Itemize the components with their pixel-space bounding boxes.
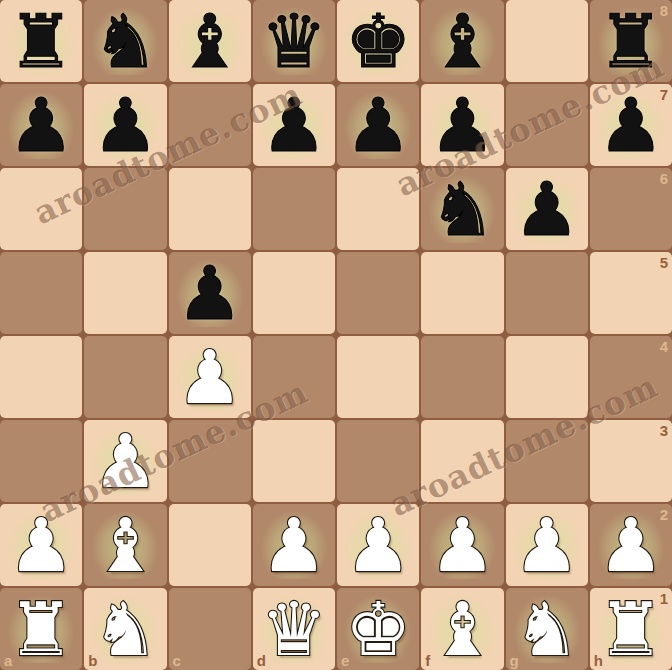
square-g1: ♞g: [506, 588, 588, 670]
square-h8: ♜8: [590, 0, 672, 82]
square-e2: ♟: [337, 504, 419, 586]
square-e1: ♚e: [337, 588, 419, 670]
square-c5: ♟: [169, 252, 251, 334]
square-h3: 3: [590, 420, 672, 502]
chess-board: ♜♞♝♛♚♝♜8♟♟♟♟♟♟7♞♟6♟5♟4♟3♟♝♟♟♟♟♟2♜a♞bc♛d♚…: [0, 0, 672, 670]
square-g4: [506, 336, 588, 418]
square-d6: [253, 168, 335, 250]
black-pawn-b7: ♟: [84, 84, 166, 166]
square-h1: ♜h1: [590, 588, 672, 670]
square-a8: ♜: [0, 0, 82, 82]
square-f3: [421, 420, 503, 502]
square-e7: ♟: [337, 84, 419, 166]
square-f5: [421, 252, 503, 334]
square-g3: [506, 420, 588, 502]
rank-label-2: 2: [660, 507, 668, 522]
square-c7: [169, 84, 251, 166]
square-a4: [0, 336, 82, 418]
square-g2: ♟: [506, 504, 588, 586]
square-c4: ♟: [169, 336, 251, 418]
file-label-b: b: [88, 653, 97, 668]
black-pawn-d7: ♟: [253, 84, 335, 166]
square-h2: ♟2: [590, 504, 672, 586]
square-a5: [0, 252, 82, 334]
file-label-a: a: [4, 653, 12, 668]
square-h5: 5: [590, 252, 672, 334]
white-pawn-b3: ♟: [84, 420, 166, 502]
black-rook-a8: ♜: [0, 0, 82, 82]
square-e8: ♚: [337, 0, 419, 82]
square-d4: [253, 336, 335, 418]
square-b1: ♞b: [84, 588, 166, 670]
white-pawn-c4: ♟: [169, 336, 251, 418]
white-pawn-g2: ♟: [506, 504, 588, 586]
black-knight-f6: ♞: [421, 168, 503, 250]
square-d7: ♟: [253, 84, 335, 166]
square-e5: [337, 252, 419, 334]
black-pawn-a7: ♟: [0, 84, 82, 166]
black-knight-b8: ♞: [84, 0, 166, 82]
black-pawn-f7: ♟: [421, 84, 503, 166]
square-d5: [253, 252, 335, 334]
square-a6: [0, 168, 82, 250]
square-c3: [169, 420, 251, 502]
black-king-e8: ♚: [337, 0, 419, 82]
rank-label-7: 7: [660, 87, 668, 102]
white-bishop-f1: ♝: [421, 588, 503, 670]
square-f4: [421, 336, 503, 418]
square-h7: ♟7: [590, 84, 672, 166]
square-d8: ♛: [253, 0, 335, 82]
black-bishop-f8: ♝: [421, 0, 503, 82]
white-pawn-d2: ♟: [253, 504, 335, 586]
square-b8: ♞: [84, 0, 166, 82]
square-e4: [337, 336, 419, 418]
file-label-f: f: [425, 653, 430, 668]
file-label-e: e: [341, 653, 349, 668]
square-c6: [169, 168, 251, 250]
square-d3: [253, 420, 335, 502]
square-g8: [506, 0, 588, 82]
square-f7: ♟: [421, 84, 503, 166]
square-g5: [506, 252, 588, 334]
square-h4: 4: [590, 336, 672, 418]
square-e3: [337, 420, 419, 502]
square-c8: ♝: [169, 0, 251, 82]
square-f2: ♟: [421, 504, 503, 586]
square-d1: ♛d: [253, 588, 335, 670]
square-f8: ♝: [421, 0, 503, 82]
square-f6: ♞: [421, 168, 503, 250]
square-b5: [84, 252, 166, 334]
square-f1: ♝f: [421, 588, 503, 670]
rank-label-4: 4: [660, 339, 668, 354]
chess-diagram: ♜♞♝♛♚♝♜8♟♟♟♟♟♟7♞♟6♟5♟4♟3♟♝♟♟♟♟♟2♜a♞bc♛d♚…: [0, 0, 672, 670]
white-pawn-f2: ♟: [421, 504, 503, 586]
square-b3: ♟: [84, 420, 166, 502]
square-g7: [506, 84, 588, 166]
file-label-h: h: [594, 653, 603, 668]
white-bishop-b2: ♝: [84, 504, 166, 586]
square-d2: ♟: [253, 504, 335, 586]
file-label-g: g: [510, 653, 519, 668]
square-b2: ♝: [84, 504, 166, 586]
black-pawn-g6: ♟: [506, 168, 588, 250]
black-pawn-e7: ♟: [337, 84, 419, 166]
rank-label-3: 3: [660, 423, 668, 438]
square-c2: [169, 504, 251, 586]
square-a7: ♟: [0, 84, 82, 166]
square-h6: 6: [590, 168, 672, 250]
square-a2: ♟: [0, 504, 82, 586]
square-c1: c: [169, 588, 251, 670]
square-b4: [84, 336, 166, 418]
square-a3: [0, 420, 82, 502]
white-pawn-a2: ♟: [0, 504, 82, 586]
rank-label-1: 1: [660, 591, 668, 606]
rank-label-6: 6: [660, 171, 668, 186]
square-e6: [337, 168, 419, 250]
black-bishop-c8: ♝: [169, 0, 251, 82]
rank-label-8: 8: [660, 3, 668, 18]
file-label-d: d: [257, 653, 266, 668]
black-queen-d8: ♛: [253, 0, 335, 82]
square-b6: [84, 168, 166, 250]
square-g6: ♟: [506, 168, 588, 250]
rank-label-5: 5: [660, 255, 668, 270]
square-b7: ♟: [84, 84, 166, 166]
white-pawn-e2: ♟: [337, 504, 419, 586]
black-pawn-c5: ♟: [169, 252, 251, 334]
square-a1: ♜a: [0, 588, 82, 670]
file-label-c: c: [173, 653, 181, 668]
